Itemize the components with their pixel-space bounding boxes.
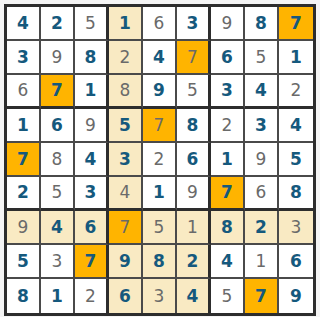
cell-r6c1[interactable]: 2 [7,177,41,211]
cell-r9c3[interactable]: 2 [75,279,109,313]
cell-r3c3[interactable]: 1 [75,75,109,109]
cell-r9c1[interactable]: 8 [7,279,41,313]
cell-r6c5[interactable]: 1 [143,177,177,211]
cell-r1c1[interactable]: 4 [7,7,41,41]
cell-r3c2[interactable]: 7 [41,75,75,109]
cell-r2c9[interactable]: 1 [279,41,313,75]
sudoku-board: 4251639873982476516718953421695782347843… [4,4,316,316]
cell-r2c8[interactable]: 5 [245,41,279,75]
cell-r3c5[interactable]: 9 [143,75,177,109]
cell-r2c5[interactable]: 4 [143,41,177,75]
cell-r5c2[interactable]: 8 [41,143,75,177]
cell-r2c3[interactable]: 8 [75,41,109,75]
cell-r6c2[interactable]: 5 [41,177,75,211]
cell-r3c4[interactable]: 8 [109,75,143,109]
cell-r9c7[interactable]: 5 [211,279,245,313]
cell-r1c7[interactable]: 9 [211,7,245,41]
cell-r6c7[interactable]: 7 [211,177,245,211]
cell-r7c3[interactable]: 6 [75,211,109,245]
cell-r8c1[interactable]: 5 [7,245,41,279]
cell-r1c5[interactable]: 6 [143,7,177,41]
cell-r9c9[interactable]: 9 [279,279,313,313]
cell-r9c8[interactable]: 7 [245,279,279,313]
cell-r9c2[interactable]: 1 [41,279,75,313]
cell-r7c7[interactable]: 8 [211,211,245,245]
cell-r7c8[interactable]: 2 [245,211,279,245]
cell-r4c9[interactable]: 4 [279,109,313,143]
cell-r8c2[interactable]: 3 [41,245,75,279]
cell-r3c6[interactable]: 5 [177,75,211,109]
sudoku-page: 4251639873982476516718953421695782347843… [0,0,320,317]
cell-r6c8[interactable]: 6 [245,177,279,211]
cell-r6c6[interactable]: 9 [177,177,211,211]
cell-r5c8[interactable]: 9 [245,143,279,177]
cell-r6c9[interactable]: 8 [279,177,313,211]
cell-r9c4[interactable]: 6 [109,279,143,313]
cell-r7c9[interactable]: 3 [279,211,313,245]
cell-r5c7[interactable]: 1 [211,143,245,177]
cell-r5c5[interactable]: 2 [143,143,177,177]
cell-r4c6[interactable]: 8 [177,109,211,143]
cell-r2c4[interactable]: 2 [109,41,143,75]
cell-r8c5[interactable]: 8 [143,245,177,279]
cell-r1c9[interactable]: 7 [279,7,313,41]
cell-r2c6[interactable]: 7 [177,41,211,75]
cell-r7c6[interactable]: 1 [177,211,211,245]
cell-r2c1[interactable]: 3 [7,41,41,75]
cell-r6c4[interactable]: 4 [109,177,143,211]
cell-r3c8[interactable]: 4 [245,75,279,109]
cell-r9c5[interactable]: 3 [143,279,177,313]
cell-r8c3[interactable]: 7 [75,245,109,279]
cell-r5c4[interactable]: 3 [109,143,143,177]
cell-r1c6[interactable]: 3 [177,7,211,41]
cell-r8c8[interactable]: 1 [245,245,279,279]
cell-r8c7[interactable]: 4 [211,245,245,279]
cell-r5c9[interactable]: 5 [279,143,313,177]
cell-r4c3[interactable]: 9 [75,109,109,143]
cell-r4c2[interactable]: 6 [41,109,75,143]
cell-r7c5[interactable]: 5 [143,211,177,245]
cell-r6c3[interactable]: 3 [75,177,109,211]
cell-r3c1[interactable]: 6 [7,75,41,109]
cell-r4c8[interactable]: 3 [245,109,279,143]
cell-r1c8[interactable]: 8 [245,7,279,41]
cell-r4c5[interactable]: 7 [143,109,177,143]
cell-r4c4[interactable]: 5 [109,109,143,143]
cell-r1c3[interactable]: 5 [75,7,109,41]
cell-r8c6[interactable]: 2 [177,245,211,279]
cell-r8c9[interactable]: 6 [279,245,313,279]
cell-r5c6[interactable]: 6 [177,143,211,177]
cell-r3c9[interactable]: 2 [279,75,313,109]
cell-r5c3[interactable]: 4 [75,143,109,177]
cell-r7c4[interactable]: 7 [109,211,143,245]
cell-r4c7[interactable]: 2 [211,109,245,143]
cell-r9c6[interactable]: 4 [177,279,211,313]
cell-r2c7[interactable]: 6 [211,41,245,75]
cell-r1c4[interactable]: 1 [109,7,143,41]
cell-r3c7[interactable]: 3 [211,75,245,109]
cell-r7c2[interactable]: 4 [41,211,75,245]
cell-r8c4[interactable]: 9 [109,245,143,279]
cell-r1c2[interactable]: 2 [41,7,75,41]
cell-r7c1[interactable]: 9 [7,211,41,245]
cell-r5c1[interactable]: 7 [7,143,41,177]
cell-r2c2[interactable]: 9 [41,41,75,75]
cell-r4c1[interactable]: 1 [7,109,41,143]
